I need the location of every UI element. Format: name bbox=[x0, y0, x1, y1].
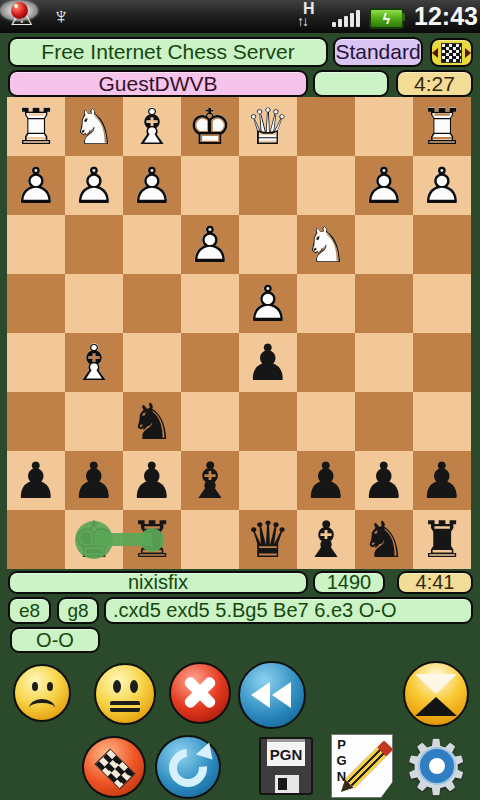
piece-bP: ♟ bbox=[297, 451, 355, 510]
square-d4[interactable]: ♟♙ bbox=[239, 274, 297, 333]
piece-wP: ♟ bbox=[123, 156, 181, 215]
square-h3[interactable] bbox=[7, 215, 65, 274]
piece-wP-outline: ♙ bbox=[355, 156, 413, 215]
rewind-button[interactable] bbox=[238, 661, 306, 729]
neutral-mouth bbox=[110, 701, 140, 712]
piece-wP: ♟ bbox=[239, 274, 297, 333]
white-player-clock: 4:27 bbox=[396, 70, 473, 97]
square-f3[interactable] bbox=[123, 215, 181, 274]
square-e6[interactable] bbox=[181, 392, 239, 451]
square-g3[interactable] bbox=[65, 215, 123, 274]
piece-wR-outline: ♖ bbox=[413, 97, 471, 156]
piece-wP-outline: ♙ bbox=[123, 156, 181, 215]
signal-bar bbox=[332, 22, 336, 27]
piece-wN-outline: ♘ bbox=[65, 97, 123, 156]
piece-bP: ♟ bbox=[65, 451, 123, 510]
settings-button[interactable]: ⚙ bbox=[400, 731, 472, 799]
square-g8[interactable]: ♚ bbox=[65, 510, 123, 569]
flip-left-arrow-icon bbox=[432, 48, 438, 58]
square-c8[interactable]: ♝ bbox=[297, 510, 355, 569]
usb-icon: ♆ bbox=[52, 2, 70, 30]
square-a3[interactable] bbox=[413, 215, 471, 274]
eye-glint bbox=[14, 4, 18, 8]
sad-eye-right bbox=[47, 682, 53, 691]
square-g7[interactable]: ♟ bbox=[65, 451, 123, 510]
black-player-rating[interactable]: 1490 bbox=[313, 571, 385, 594]
piece-wP: ♟ bbox=[181, 215, 239, 274]
square-e7[interactable]: ♝ bbox=[181, 451, 239, 510]
neutral-eye-left bbox=[113, 680, 121, 693]
rewind-icon-right-triangle bbox=[272, 682, 291, 708]
piece-wK: ♚ bbox=[181, 97, 239, 156]
square-c6[interactable] bbox=[297, 392, 355, 451]
piece-bN: ♞ bbox=[355, 510, 413, 569]
square-d8[interactable]: ♛ bbox=[239, 510, 297, 569]
square-b1[interactable] bbox=[355, 97, 413, 156]
flip-right-arrow-icon bbox=[465, 48, 471, 58]
square-f7[interactable]: ♟ bbox=[123, 451, 181, 510]
game-type-button[interactable]: Standard bbox=[333, 37, 423, 67]
piece-wB: ♝ bbox=[123, 97, 181, 156]
signal-bar bbox=[356, 10, 360, 27]
square-a6[interactable] bbox=[413, 392, 471, 451]
black-player-clock: 4:41 bbox=[397, 571, 473, 594]
square-c4[interactable] bbox=[297, 274, 355, 333]
piece-wP: ♟ bbox=[413, 156, 471, 215]
square-c1[interactable] bbox=[297, 97, 355, 156]
piece-wQ-outline: ♕ bbox=[239, 97, 297, 156]
piece-bP: ♟ bbox=[239, 333, 297, 392]
square-c7[interactable]: ♟ bbox=[297, 451, 355, 510]
square-b3[interactable] bbox=[355, 215, 413, 274]
piece-wB: ♝ bbox=[65, 333, 123, 392]
floppy-slot bbox=[278, 778, 287, 790]
piece-wR: ♜ bbox=[413, 97, 471, 156]
checkered-diamond-icon bbox=[94, 748, 135, 789]
piece-wR: ♜ bbox=[7, 97, 65, 156]
piece-bP: ♟ bbox=[413, 451, 471, 510]
pgn-save-label: PGN bbox=[267, 742, 305, 766]
square-f8[interactable]: ♜ bbox=[123, 510, 181, 569]
piece-wN-outline: ♘ bbox=[297, 215, 355, 274]
server-title-button[interactable]: Free Internet Chess Server bbox=[8, 37, 328, 67]
hourglass-button[interactable] bbox=[403, 661, 469, 727]
piece-bP: ♟ bbox=[123, 451, 181, 510]
battery-icon: ϟ bbox=[369, 8, 404, 29]
square-h4[interactable] bbox=[7, 274, 65, 333]
move-to-button[interactable]: g8 bbox=[57, 597, 99, 624]
signal-bar bbox=[350, 13, 354, 27]
sad-eye-left bbox=[32, 682, 38, 691]
square-d5[interactable]: ♟ bbox=[239, 333, 297, 392]
square-f4[interactable] bbox=[123, 274, 181, 333]
piece-wB-outline: ♗ bbox=[123, 97, 181, 156]
piece-wP-outline: ♙ bbox=[239, 274, 297, 333]
piece-wP: ♟ bbox=[7, 156, 65, 215]
square-g1[interactable]: ♞♘ bbox=[65, 97, 123, 156]
pgn-save-button[interactable]: PGN bbox=[259, 737, 313, 795]
rewind-icon-left-triangle bbox=[251, 682, 270, 708]
neutral-face-button[interactable] bbox=[94, 663, 156, 725]
piece-wR-outline: ♖ bbox=[7, 97, 65, 156]
signal-bar bbox=[344, 16, 348, 27]
square-e1[interactable]: ♚♔ bbox=[181, 97, 239, 156]
square-a2[interactable]: ♟♙ bbox=[413, 156, 471, 215]
app-screen: ⚠ ♆ H ↑↓ ϟ 12:43 Free Internet Chess Ser… bbox=[0, 0, 480, 800]
hourglass-top bbox=[415, 674, 457, 694]
square-g6[interactable] bbox=[65, 392, 123, 451]
square-g4[interactable] bbox=[65, 274, 123, 333]
piece-wP-outline: ♙ bbox=[181, 215, 239, 274]
square-d2[interactable] bbox=[239, 156, 297, 215]
square-h2[interactable]: ♟♙ bbox=[7, 156, 65, 215]
square-a1[interactable]: ♜♖ bbox=[413, 97, 471, 156]
square-d1[interactable]: ♛♕ bbox=[239, 97, 297, 156]
square-h7[interactable]: ♟ bbox=[7, 451, 65, 510]
square-e4[interactable] bbox=[181, 274, 239, 333]
square-a7[interactable]: ♟ bbox=[413, 451, 471, 510]
square-e5[interactable] bbox=[181, 333, 239, 392]
piece-bR: ♜ bbox=[413, 510, 471, 569]
piece-bP: ♟ bbox=[355, 451, 413, 510]
chess-board: ♜♖♞♘♝♗♚♔♛♕♜♖♟♙♟♙♟♙♟♙♟♙♟♙♞♘♟♙♝♗♟♞♟♟♟♝♟♟♟♚… bbox=[7, 97, 471, 569]
cancel-button[interactable] bbox=[169, 662, 231, 724]
white-player-rating[interactable] bbox=[313, 70, 389, 97]
square-h5[interactable] bbox=[7, 333, 65, 392]
move-from-button[interactable]: e8 bbox=[8, 597, 51, 624]
square-c2[interactable] bbox=[297, 156, 355, 215]
square-h6[interactable] bbox=[7, 392, 65, 451]
white-player-name[interactable]: GuestDWVB bbox=[8, 70, 308, 97]
neutral-eye-right bbox=[130, 680, 138, 693]
flip-board-button[interactable] bbox=[430, 38, 473, 67]
piece-bB: ♝ bbox=[181, 451, 239, 510]
piece-wP-outline: ♙ bbox=[65, 156, 123, 215]
square-f5[interactable] bbox=[123, 333, 181, 392]
refresh-button[interactable] bbox=[155, 735, 221, 799]
square-a4[interactable] bbox=[413, 274, 471, 333]
square-a5[interactable] bbox=[413, 333, 471, 392]
square-h8[interactable] bbox=[7, 510, 65, 569]
checkered-board-button[interactable] bbox=[82, 736, 146, 798]
square-e2[interactable] bbox=[181, 156, 239, 215]
last-move-button[interactable]: O-O bbox=[10, 627, 100, 653]
signal-strength-icon bbox=[332, 9, 368, 27]
data-arrows-icon: ↑↓ bbox=[297, 13, 307, 29]
square-b6[interactable] bbox=[355, 392, 413, 451]
piece-wQ: ♛ bbox=[239, 97, 297, 156]
piece-bR: ♜ bbox=[123, 510, 181, 569]
move-list[interactable]: .cxd5 exd5 5.Bg5 Be7 6.e3 O-O bbox=[104, 597, 473, 624]
square-f2[interactable]: ♟♙ bbox=[123, 156, 181, 215]
square-b5[interactable] bbox=[355, 333, 413, 392]
piece-wB-outline: ♗ bbox=[65, 333, 123, 392]
square-b7[interactable]: ♟ bbox=[355, 451, 413, 510]
piece-bN: ♞ bbox=[123, 392, 181, 451]
piece-wK-outline: ♔ bbox=[181, 97, 239, 156]
pgn-edit-button[interactable]: PGN bbox=[331, 734, 393, 798]
square-d6[interactable] bbox=[239, 392, 297, 451]
piece-wP: ♟ bbox=[65, 156, 123, 215]
gear-center bbox=[420, 749, 454, 783]
square-c3[interactable]: ♞♘ bbox=[297, 215, 355, 274]
status-bar: ⚠ ♆ H ↑↓ ϟ 12:43 bbox=[0, 0, 480, 33]
battery-nub bbox=[402, 13, 405, 21]
square-d7[interactable] bbox=[239, 451, 297, 510]
square-a8[interactable]: ♜ bbox=[413, 510, 471, 569]
hourglass-bottom bbox=[415, 697, 457, 716]
square-e3[interactable]: ♟♙ bbox=[181, 215, 239, 274]
pencil-body bbox=[345, 747, 387, 789]
signal-bar bbox=[338, 19, 342, 27]
square-e8[interactable] bbox=[181, 510, 239, 569]
status-time: 12:43 bbox=[408, 2, 478, 31]
piece-bB: ♝ bbox=[297, 510, 355, 569]
square-g5[interactable]: ♝♗ bbox=[65, 333, 123, 392]
black-player-name[interactable]: nixisfix bbox=[8, 571, 308, 594]
square-f6[interactable]: ♞ bbox=[123, 392, 181, 451]
piece-bP: ♟ bbox=[7, 451, 65, 510]
piece-wN: ♞ bbox=[297, 215, 355, 274]
piece-bQ: ♛ bbox=[239, 510, 297, 569]
square-g2[interactable]: ♟♙ bbox=[65, 156, 123, 215]
piece-wP-outline: ♙ bbox=[413, 156, 471, 215]
square-h1[interactable]: ♜♖ bbox=[7, 97, 65, 156]
square-f1[interactable]: ♝♗ bbox=[123, 97, 181, 156]
piece-wP: ♟ bbox=[355, 156, 413, 215]
piece-bK: ♚ bbox=[65, 510, 123, 569]
sad-face-button[interactable] bbox=[13, 664, 71, 722]
square-d3[interactable] bbox=[239, 215, 297, 274]
mini-board-icon bbox=[441, 43, 462, 63]
square-b2[interactable]: ♟♙ bbox=[355, 156, 413, 215]
square-b8[interactable]: ♞ bbox=[355, 510, 413, 569]
piece-wN: ♞ bbox=[65, 97, 123, 156]
charging-bolt-icon: ϟ bbox=[383, 12, 390, 26]
floppy-shoe bbox=[275, 775, 299, 793]
square-c5[interactable] bbox=[297, 333, 355, 392]
sad-mouth bbox=[29, 699, 55, 717]
square-b4[interactable] bbox=[355, 274, 413, 333]
piece-wP-outline: ♙ bbox=[7, 156, 65, 215]
